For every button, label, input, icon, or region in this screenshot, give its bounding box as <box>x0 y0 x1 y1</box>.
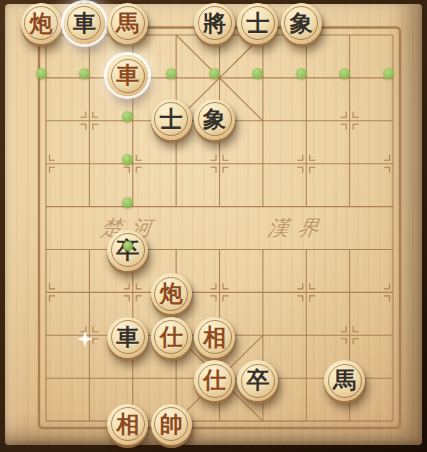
piece-red-advisor[interactable]: 仕 <box>194 360 235 401</box>
piece-glyph: 士 <box>246 11 269 34</box>
move-hint-dot[interactable] <box>383 68 394 79</box>
capture-target-marker[interactable] <box>123 241 133 251</box>
piece-red-elephant[interactable]: 相 <box>194 317 235 358</box>
piece-glyph: 炮 <box>30 11 53 34</box>
piece-glyph: 車 <box>116 325 139 348</box>
piece-black-advisor[interactable]: 士 <box>237 3 278 44</box>
piece-glyph: 仕 <box>160 325 183 348</box>
piece-glyph: 馬 <box>333 368 356 391</box>
piece-glyph: 炮 <box>160 281 183 304</box>
piece-glyph: 象 <box>203 107 226 130</box>
piece-black-chariot[interactable]: 車 <box>64 3 105 44</box>
piece-black-chariot[interactable]: 車 <box>107 317 148 358</box>
move-hint-dot[interactable] <box>36 68 47 79</box>
piece-glyph: 仕 <box>203 368 226 391</box>
river-label-han-jie: 漢界 <box>266 214 330 242</box>
piece-red-elephant[interactable]: 相 <box>107 404 148 445</box>
piece-glyph: 帥 <box>160 412 183 435</box>
piece-black-elephant[interactable]: 象 <box>194 99 235 140</box>
piece-glyph: 車 <box>73 11 96 34</box>
piece-black-general[interactable]: 將 <box>194 3 235 44</box>
xiangqi-app-window: 楚河 漢界 炮車馬將士象車士象卒炮車仕相仕卒馬相帥 <box>0 0 427 452</box>
piece-glyph: 車 <box>116 63 139 86</box>
piece-black-advisor[interactable]: 士 <box>151 99 192 140</box>
piece-glyph: 相 <box>116 412 139 435</box>
piece-glyph: 士 <box>160 107 183 130</box>
move-hint-dot[interactable] <box>166 68 177 79</box>
piece-glyph: 馬 <box>116 11 139 34</box>
piece-red-cannon[interactable]: 炮 <box>21 3 62 44</box>
piece-glyph: 將 <box>203 11 226 34</box>
cursor-sparkle-icon <box>76 330 94 348</box>
piece-black-elephant[interactable]: 象 <box>281 3 322 44</box>
piece-glyph: 卒 <box>246 368 269 391</box>
piece-red-horse[interactable]: 馬 <box>107 3 148 44</box>
piece-glyph: 相 <box>203 325 226 348</box>
piece-red-advisor[interactable]: 仕 <box>151 317 192 358</box>
piece-red-cannon[interactable]: 炮 <box>151 273 192 314</box>
piece-glyph: 象 <box>290 11 313 34</box>
piece-red-general[interactable]: 帥 <box>151 404 192 445</box>
